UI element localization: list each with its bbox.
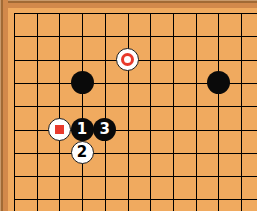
- board-frame-top: [0, 0, 257, 8]
- black-stone-df-move-1: 1: [71, 118, 94, 141]
- square-marker-icon: [55, 125, 64, 134]
- white-stone-dg-move-2: 2: [71, 141, 94, 164]
- black-stone-ef-move-3: 3: [93, 118, 116, 141]
- move-number-label: 3: [100, 122, 110, 137]
- white-stone-cf-square-marked: [48, 118, 71, 141]
- go-diagram: 132: [0, 0, 257, 211]
- white-stone-fc-circle-marked: [116, 48, 139, 71]
- go-board: 132: [3, 1, 253, 211]
- move-number-label: 1: [77, 122, 87, 137]
- move-number-label: 2: [77, 145, 87, 160]
- board-frame-left: [0, 0, 8, 211]
- circle-marker-icon: [121, 53, 134, 66]
- black-stone-dd: [71, 71, 94, 94]
- black-stone-jd: [207, 71, 230, 94]
